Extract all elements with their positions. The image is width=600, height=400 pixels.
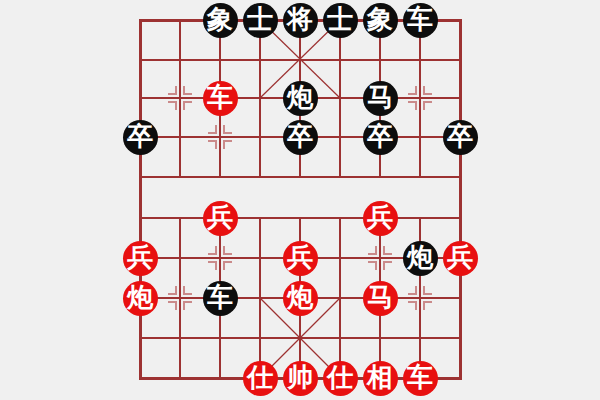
piece-red-chariot[interactable]: 车 [403, 361, 438, 396]
piece-glyph: 炮 [287, 84, 313, 110]
piece-red-advisor[interactable]: 仕 [243, 361, 278, 396]
piece-black-advisor[interactable]: 士 [323, 3, 358, 38]
piece-black-chariot[interactable]: 车 [203, 281, 238, 316]
piece-black-cannon[interactable]: 炮 [283, 81, 318, 116]
piece-red-soldier[interactable]: 兵 [203, 201, 238, 236]
piece-black-soldier[interactable]: 卒 [443, 120, 478, 155]
piece-glyph: 士 [247, 6, 273, 32]
piece-glyph: 车 [407, 364, 433, 390]
piece-black-general[interactable]: 将 [283, 3, 318, 38]
piece-glyph: 卒 [127, 123, 153, 149]
piece-glyph: 兵 [367, 204, 393, 230]
piece-red-soldier[interactable]: 兵 [283, 241, 318, 276]
piece-glyph: 兵 [287, 244, 313, 270]
piece-glyph: 炮 [407, 244, 433, 270]
piece-black-soldier[interactable]: 卒 [283, 120, 318, 155]
piece-black-horse[interactable]: 马 [363, 81, 398, 116]
piece-black-soldier[interactable]: 卒 [363, 120, 398, 155]
piece-glyph: 兵 [207, 204, 233, 230]
piece-red-soldier[interactable]: 兵 [123, 241, 158, 276]
piece-glyph: 相 [367, 364, 393, 390]
piece-red-soldier[interactable]: 兵 [363, 201, 398, 236]
piece-glyph: 将 [287, 6, 313, 32]
piece-glyph: 炮 [287, 284, 313, 310]
piece-glyph: 象 [367, 6, 393, 32]
piece-glyph: 仕 [327, 364, 353, 390]
xiangqi-board: 象士将士象车车炮马卒卒卒卒兵兵兵兵炮兵炮车炮马仕帅仕相车 [0, 0, 600, 400]
piece-red-general[interactable]: 帅 [283, 361, 318, 396]
piece-glyph: 车 [207, 84, 233, 110]
piece-red-advisor[interactable]: 仕 [323, 361, 358, 396]
piece-black-cannon[interactable]: 炮 [403, 241, 438, 276]
piece-glyph: 仕 [247, 364, 273, 390]
piece-glyph: 兵 [447, 244, 473, 270]
piece-glyph: 马 [367, 84, 393, 110]
piece-glyph: 卒 [447, 123, 473, 149]
piece-black-chariot[interactable]: 车 [403, 3, 438, 38]
piece-red-chariot[interactable]: 车 [203, 81, 238, 116]
piece-black-soldier[interactable]: 卒 [123, 120, 158, 155]
pieces-layer: 象士将士象车车炮马卒卒卒卒兵兵兵兵炮兵炮车炮马仕帅仕相车 [0, 0, 600, 400]
piece-glyph: 兵 [127, 244, 153, 270]
piece-black-elephant[interactable]: 象 [203, 3, 238, 38]
piece-black-elephant[interactable]: 象 [363, 3, 398, 38]
piece-red-horse[interactable]: 马 [363, 281, 398, 316]
piece-glyph: 车 [207, 284, 233, 310]
piece-glyph: 象 [207, 6, 233, 32]
piece-glyph: 马 [367, 284, 393, 310]
piece-glyph: 车 [407, 6, 433, 32]
piece-glyph: 炮 [127, 284, 153, 310]
piece-glyph: 帅 [287, 364, 313, 390]
piece-glyph: 士 [327, 6, 353, 32]
piece-red-cannon[interactable]: 炮 [283, 281, 318, 316]
piece-red-soldier[interactable]: 兵 [443, 241, 478, 276]
piece-glyph: 卒 [287, 123, 313, 149]
piece-red-cannon[interactable]: 炮 [123, 281, 158, 316]
piece-glyph: 卒 [367, 123, 393, 149]
piece-black-advisor[interactable]: 士 [243, 3, 278, 38]
piece-red-elephant[interactable]: 相 [363, 361, 398, 396]
